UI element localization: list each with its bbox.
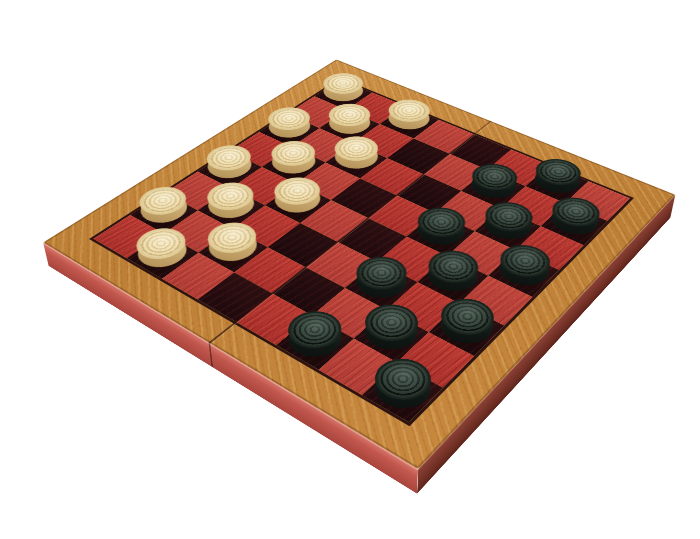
ivory-checker[interactable] [129,182,195,221]
square-r2c6[interactable] [461,170,525,208]
product-photo-scene [0,0,700,539]
fold-seam-side [208,343,213,368]
ivory-checker[interactable] [381,95,439,126]
ivory-checker[interactable] [315,69,371,98]
checkers-box [43,59,675,469]
square-r3c7[interactable] [474,208,541,250]
square-r6c8[interactable] [429,303,504,356]
checkers-board [93,80,630,423]
black-checker[interactable] [419,244,488,289]
board-top-face [43,59,675,469]
wooden-frame [43,59,675,469]
